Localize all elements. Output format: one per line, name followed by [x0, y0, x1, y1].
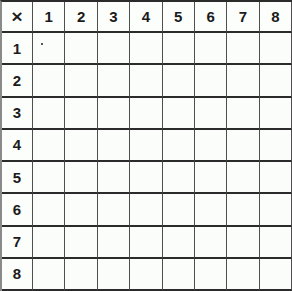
answer-cell-r2c8[interactable] — [260, 65, 292, 97]
answer-cell-r6c2[interactable] — [65, 194, 97, 226]
answer-cell-r5c2[interactable] — [65, 162, 97, 194]
answer-cell-r6c8[interactable] — [260, 194, 292, 226]
answer-cell-r5c5[interactable] — [163, 162, 195, 194]
answer-cell-r6c5[interactable] — [163, 194, 195, 226]
answer-cell-r3c2[interactable] — [65, 98, 97, 130]
answer-cell-r2c7[interactable] — [227, 65, 259, 97]
answer-cell-r6c3[interactable] — [98, 194, 130, 226]
answer-cell-r6c1[interactable] — [33, 194, 65, 226]
row-header-label: 8 — [13, 266, 21, 281]
col-header-3: 3 — [98, 2, 130, 33]
answer-cell-r4c3[interactable] — [98, 130, 130, 162]
answer-cell-r4c4[interactable] — [130, 130, 162, 162]
col-header-6: 6 — [195, 2, 227, 33]
answer-cell-r6c4[interactable] — [130, 194, 162, 226]
answer-cell-r8c6[interactable] — [195, 259, 227, 291]
answer-cell-r7c5[interactable] — [163, 227, 195, 259]
answer-cell-r8c7[interactable] — [227, 259, 259, 291]
row-header-3: 3 — [2, 98, 33, 130]
row-header-8: 8 — [2, 259, 33, 291]
row-header-7: 7 — [2, 227, 33, 259]
dot-mark — [41, 43, 43, 45]
answer-cell-r3c7[interactable] — [227, 98, 259, 130]
answer-cell-r1c1[interactable] — [33, 33, 65, 65]
answer-cell-r8c8[interactable] — [260, 259, 292, 291]
answer-cell-r4c8[interactable] — [260, 130, 292, 162]
answer-cell-r1c5[interactable] — [163, 33, 195, 65]
answer-cell-r5c6[interactable] — [195, 162, 227, 194]
col-header-1: 1 — [33, 2, 65, 33]
col-header-label: 7 — [239, 9, 247, 24]
answer-cell-r6c7[interactable] — [227, 194, 259, 226]
answer-cell-r2c3[interactable] — [98, 65, 130, 97]
col-header-label: 2 — [77, 9, 85, 24]
col-header-label: 1 — [45, 9, 53, 24]
col-header-label: 6 — [206, 9, 214, 24]
answer-cell-r1c6[interactable] — [195, 33, 227, 65]
answer-cell-r8c1[interactable] — [33, 259, 65, 291]
col-header-label: 8 — [271, 9, 279, 24]
answer-cell-r3c4[interactable] — [130, 98, 162, 130]
multiply-icon: ✕ — [11, 9, 24, 23]
answer-cell-r7c4[interactable] — [130, 227, 162, 259]
answer-cell-r1c3[interactable] — [98, 33, 130, 65]
answer-cell-r8c2[interactable] — [65, 259, 97, 291]
row-header-label: 6 — [13, 202, 21, 217]
answer-cell-r4c1[interactable] — [33, 130, 65, 162]
answer-cell-r1c2[interactable] — [65, 33, 97, 65]
col-header-8: 8 — [260, 2, 292, 33]
answer-cell-r7c1[interactable] — [33, 227, 65, 259]
answer-cell-r6c6[interactable] — [195, 194, 227, 226]
col-header-label: 3 — [109, 9, 117, 24]
row-header-label: 7 — [13, 234, 21, 249]
answer-cell-r3c6[interactable] — [195, 98, 227, 130]
answer-cell-r2c6[interactable] — [195, 65, 227, 97]
answer-cell-r8c4[interactable] — [130, 259, 162, 291]
answer-cell-r2c2[interactable] — [65, 65, 97, 97]
answer-cell-r3c3[interactable] — [98, 98, 130, 130]
operator-cell: ✕ — [2, 2, 33, 33]
row-header-label: 1 — [13, 41, 21, 56]
row-header-5: 5 — [2, 162, 33, 194]
row-header-4: 4 — [2, 130, 33, 162]
answer-cell-r2c5[interactable] — [163, 65, 195, 97]
answer-cell-r3c1[interactable] — [33, 98, 65, 130]
answer-cell-r3c8[interactable] — [260, 98, 292, 130]
row-header-6: 6 — [2, 194, 33, 226]
answer-cell-r4c6[interactable] — [195, 130, 227, 162]
col-header-4: 4 — [130, 2, 162, 33]
answer-cell-r4c7[interactable] — [227, 130, 259, 162]
col-header-label: 5 — [174, 9, 182, 24]
col-header-5: 5 — [163, 2, 195, 33]
answer-cell-r8c3[interactable] — [98, 259, 130, 291]
answer-cell-r2c4[interactable] — [130, 65, 162, 97]
answer-cell-r7c8[interactable] — [260, 227, 292, 259]
multiplication-table-board: ✕1234567812345678 — [0, 0, 292, 291]
answer-cell-r8c5[interactable] — [163, 259, 195, 291]
row-header-label: 5 — [13, 170, 21, 185]
answer-cell-r1c4[interactable] — [130, 33, 162, 65]
answer-cell-r3c5[interactable] — [163, 98, 195, 130]
grid: ✕1234567812345678 — [0, 0, 292, 291]
answer-cell-r1c8[interactable] — [260, 33, 292, 65]
answer-cell-r7c2[interactable] — [65, 227, 97, 259]
answer-cell-r7c3[interactable] — [98, 227, 130, 259]
answer-cell-r7c6[interactable] — [195, 227, 227, 259]
col-header-2: 2 — [65, 2, 97, 33]
answer-cell-r5c7[interactable] — [227, 162, 259, 194]
col-header-7: 7 — [227, 2, 259, 33]
row-header-label: 2 — [13, 73, 21, 88]
answer-cell-r4c2[interactable] — [65, 130, 97, 162]
answer-cell-r1c7[interactable] — [227, 33, 259, 65]
row-header-label: 4 — [13, 137, 21, 152]
row-header-label: 3 — [13, 105, 21, 120]
row-header-1: 1 — [2, 33, 33, 65]
answer-cell-r4c5[interactable] — [163, 130, 195, 162]
answer-cell-r5c4[interactable] — [130, 162, 162, 194]
answer-cell-r5c3[interactable] — [98, 162, 130, 194]
answer-cell-r7c7[interactable] — [227, 227, 259, 259]
answer-cell-r5c8[interactable] — [260, 162, 292, 194]
col-header-label: 4 — [142, 9, 150, 24]
answer-cell-r2c1[interactable] — [33, 65, 65, 97]
answer-cell-r5c1[interactable] — [33, 162, 65, 194]
row-header-2: 2 — [2, 65, 33, 97]
